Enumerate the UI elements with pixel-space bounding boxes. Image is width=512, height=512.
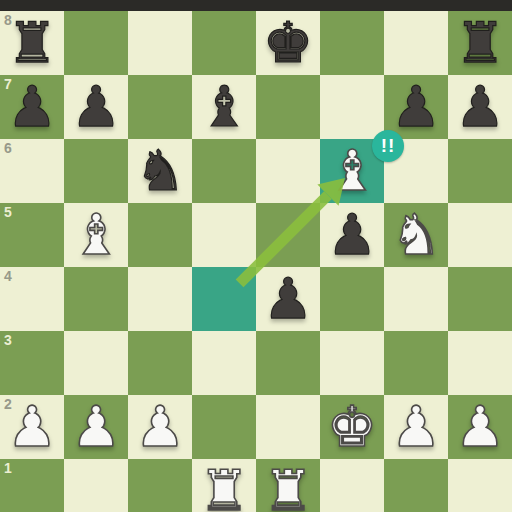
piece-white-king-f2[interactable]: ♚ — [320, 395, 384, 459]
piece-black-rook-h8[interactable]: ♜ — [448, 11, 512, 75]
piece-white-pawn-h2[interactable]: ♟ — [448, 395, 512, 459]
square-c4[interactable] — [128, 267, 192, 331]
piece-white-knight-g5[interactable]: ♞ — [384, 203, 448, 267]
square-f3[interactable] — [320, 331, 384, 395]
square-a1[interactable]: 1 — [0, 459, 64, 512]
square-b1[interactable] — [64, 459, 128, 512]
square-b8[interactable] — [64, 11, 128, 75]
square-c3[interactable] — [128, 331, 192, 395]
square-h4[interactable] — [448, 267, 512, 331]
square-e7[interactable] — [256, 75, 320, 139]
piece-black-pawn-e4[interactable]: ♟ — [256, 267, 320, 331]
square-g1[interactable] — [384, 459, 448, 512]
piece-white-pawn-c2[interactable]: ♟ — [128, 395, 192, 459]
square-c1[interactable] — [128, 459, 192, 512]
piece-white-rook-d1[interactable]: ♜ — [192, 459, 256, 512]
square-b4[interactable] — [64, 267, 128, 331]
square-e2[interactable] — [256, 395, 320, 459]
piece-white-pawn-g2[interactable]: ♟ — [384, 395, 448, 459]
square-h5[interactable] — [448, 203, 512, 267]
piece-white-pawn-a2[interactable]: ♟ — [0, 395, 64, 459]
brilliant-badge-label: !! — [381, 135, 396, 157]
square-a5[interactable]: 5 — [0, 203, 64, 267]
square-c7[interactable] — [128, 75, 192, 139]
rank-label-4: 4 — [4, 268, 12, 284]
piece-black-pawn-f5[interactable]: ♟ — [320, 203, 384, 267]
brilliant-move-badge: !! — [372, 130, 404, 162]
piece-black-knight-c6[interactable]: ♞ — [128, 139, 192, 203]
square-g4[interactable] — [384, 267, 448, 331]
square-f1[interactable] — [320, 459, 384, 512]
square-d2[interactable] — [192, 395, 256, 459]
piece-black-bishop-d7[interactable]: ♝ — [192, 75, 256, 139]
square-c5[interactable] — [128, 203, 192, 267]
rank-label-6: 6 — [4, 140, 12, 156]
board-viewport: 87654321 ♜♚♜♟♟♝♟♟♞♝♝♟♞♟♟♟♟♚♟♟♜♜ !! — [0, 11, 512, 512]
square-a3[interactable]: 3 — [0, 331, 64, 395]
square-h6[interactable] — [448, 139, 512, 203]
square-d5[interactable] — [192, 203, 256, 267]
piece-black-rook-a8[interactable]: ♜ — [0, 11, 64, 75]
square-h1[interactable] — [448, 459, 512, 512]
square-d4[interactable] — [192, 267, 256, 331]
square-d8[interactable] — [192, 11, 256, 75]
square-c8[interactable] — [128, 11, 192, 75]
square-a4[interactable]: 4 — [0, 267, 64, 331]
piece-white-pawn-b2[interactable]: ♟ — [64, 395, 128, 459]
piece-black-pawn-g7[interactable]: ♟ — [384, 75, 448, 139]
square-f4[interactable] — [320, 267, 384, 331]
piece-black-pawn-b7[interactable]: ♟ — [64, 75, 128, 139]
square-e5[interactable] — [256, 203, 320, 267]
square-e3[interactable] — [256, 331, 320, 395]
square-f8[interactable] — [320, 11, 384, 75]
square-h3[interactable] — [448, 331, 512, 395]
piece-black-pawn-a7[interactable]: ♟ — [0, 75, 64, 139]
rank-label-1: 1 — [4, 460, 12, 476]
piece-black-king-e8[interactable]: ♚ — [256, 11, 320, 75]
piece-white-bishop-b5[interactable]: ♝ — [64, 203, 128, 267]
square-b3[interactable] — [64, 331, 128, 395]
square-d3[interactable] — [192, 331, 256, 395]
square-g8[interactable] — [384, 11, 448, 75]
square-g3[interactable] — [384, 331, 448, 395]
square-f7[interactable] — [320, 75, 384, 139]
piece-white-rook-e1[interactable]: ♜ — [256, 459, 320, 512]
rank-label-3: 3 — [4, 332, 12, 348]
square-a6[interactable]: 6 — [0, 139, 64, 203]
square-d6[interactable] — [192, 139, 256, 203]
top-bar — [0, 0, 512, 11]
square-b6[interactable] — [64, 139, 128, 203]
rank-label-5: 5 — [4, 204, 12, 220]
square-e6[interactable] — [256, 139, 320, 203]
piece-black-pawn-h7[interactable]: ♟ — [448, 75, 512, 139]
